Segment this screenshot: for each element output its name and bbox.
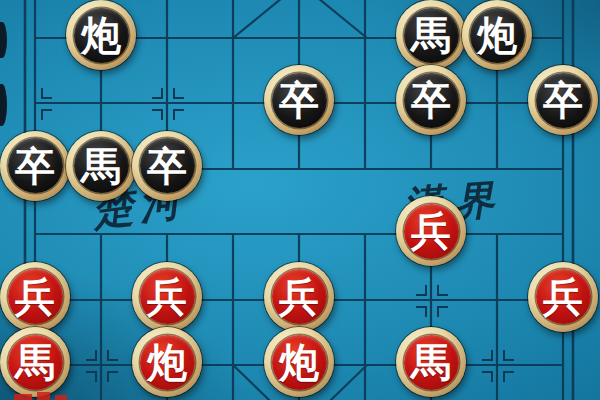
- point-marker-bracket: [173, 109, 184, 120]
- piece-disc: 兵: [404, 204, 459, 259]
- piece-character: 炮: [81, 15, 121, 55]
- red-soldier-piece[interactable]: 兵: [264, 262, 334, 332]
- piece-disc: 卒: [536, 73, 591, 128]
- piece-disc: 馬: [404, 8, 459, 63]
- black-soldier-piece[interactable]: 卒: [132, 131, 202, 201]
- red-horse-piece[interactable]: 馬: [0, 327, 70, 397]
- red-cannon-piece[interactable]: 炮: [264, 327, 334, 397]
- point-marker-bracket: [86, 350, 97, 361]
- black-horse-piece[interactable]: 馬: [396, 0, 466, 70]
- cropped-red-text-artifact: [37, 392, 50, 400]
- piece-character: 炮: [279, 342, 319, 382]
- piece-disc: 兵: [272, 269, 327, 324]
- piece-character: 炮: [477, 15, 517, 55]
- piece-disc: 兵: [8, 269, 63, 324]
- xiangqi-board[interactable]: 楚河 漢界 炮馬炮卒卒卒卒馬卒兵兵兵兵兵馬炮炮馬: [0, 0, 600, 400]
- cropped-red-text-artifact: [55, 395, 67, 400]
- piece-disc: 卒: [404, 73, 459, 128]
- cropped-red-text-artifact: [14, 394, 32, 400]
- red-soldier-piece[interactable]: 兵: [528, 262, 598, 332]
- red-soldier-piece[interactable]: 兵: [396, 196, 466, 266]
- red-horse-piece[interactable]: 馬: [396, 327, 466, 397]
- piece-character: 馬: [81, 146, 121, 186]
- red-soldier-piece[interactable]: 兵: [132, 262, 202, 332]
- piece-disc: 兵: [536, 269, 591, 324]
- piece-disc: 馬: [404, 335, 459, 390]
- point-marker-bracket: [173, 88, 184, 99]
- piece-character: 馬: [411, 342, 451, 382]
- point-marker-bracket: [503, 350, 514, 361]
- piece-character: 兵: [279, 277, 319, 317]
- black-soldier-piece[interactable]: 卒: [528, 65, 598, 135]
- point-marker-bracket: [86, 371, 97, 382]
- black-soldier-piece[interactable]: 卒: [264, 65, 334, 135]
- point-marker-bracket: [152, 88, 163, 99]
- piece-character: 馬: [15, 342, 55, 382]
- piece-disc: 炮: [74, 8, 129, 63]
- black-soldier-piece[interactable]: 卒: [0, 131, 70, 201]
- black-horse-piece[interactable]: 馬: [66, 131, 136, 201]
- point-marker-bracket: [482, 371, 493, 382]
- piece-disc: 馬: [8, 335, 63, 390]
- black-cannon-piece[interactable]: 炮: [462, 0, 532, 70]
- red-cannon-piece[interactable]: 炮: [132, 327, 202, 397]
- piece-disc: 炮: [470, 8, 525, 63]
- piece-character: 兵: [543, 277, 583, 317]
- piece-character: 卒: [411, 80, 451, 120]
- piece-disc: 卒: [272, 73, 327, 128]
- piece-character: 兵: [411, 211, 451, 251]
- piece-disc: 炮: [140, 335, 195, 390]
- point-marker-bracket: [41, 88, 52, 99]
- piece-disc: 卒: [140, 138, 195, 193]
- point-marker-bracket: [416, 285, 427, 296]
- point-marker-bracket: [503, 371, 514, 382]
- point-marker-bracket: [482, 350, 493, 361]
- piece-character: 兵: [15, 277, 55, 317]
- black-cannon-piece[interactable]: 炮: [66, 0, 136, 70]
- piece-character: 卒: [543, 80, 583, 120]
- point-marker-bracket: [107, 350, 118, 361]
- piece-disc: 炮: [272, 335, 327, 390]
- piece-character: 兵: [147, 277, 187, 317]
- piece-character: 炮: [147, 342, 187, 382]
- black-soldier-piece[interactable]: 卒: [396, 65, 466, 135]
- piece-character: 馬: [411, 15, 451, 55]
- point-marker-bracket: [437, 306, 448, 317]
- piece-character: 卒: [15, 146, 55, 186]
- point-marker-bracket: [152, 109, 163, 120]
- point-marker-bracket: [107, 371, 118, 382]
- piece-disc: 馬: [74, 138, 129, 193]
- point-marker-bracket: [437, 285, 448, 296]
- piece-disc: 兵: [140, 269, 195, 324]
- point-marker-bracket: [416, 306, 427, 317]
- red-soldier-piece[interactable]: 兵: [0, 262, 70, 332]
- piece-character: 卒: [279, 80, 319, 120]
- point-marker-bracket: [41, 109, 52, 120]
- piece-disc: 卒: [8, 138, 63, 193]
- piece-character: 卒: [147, 146, 187, 186]
